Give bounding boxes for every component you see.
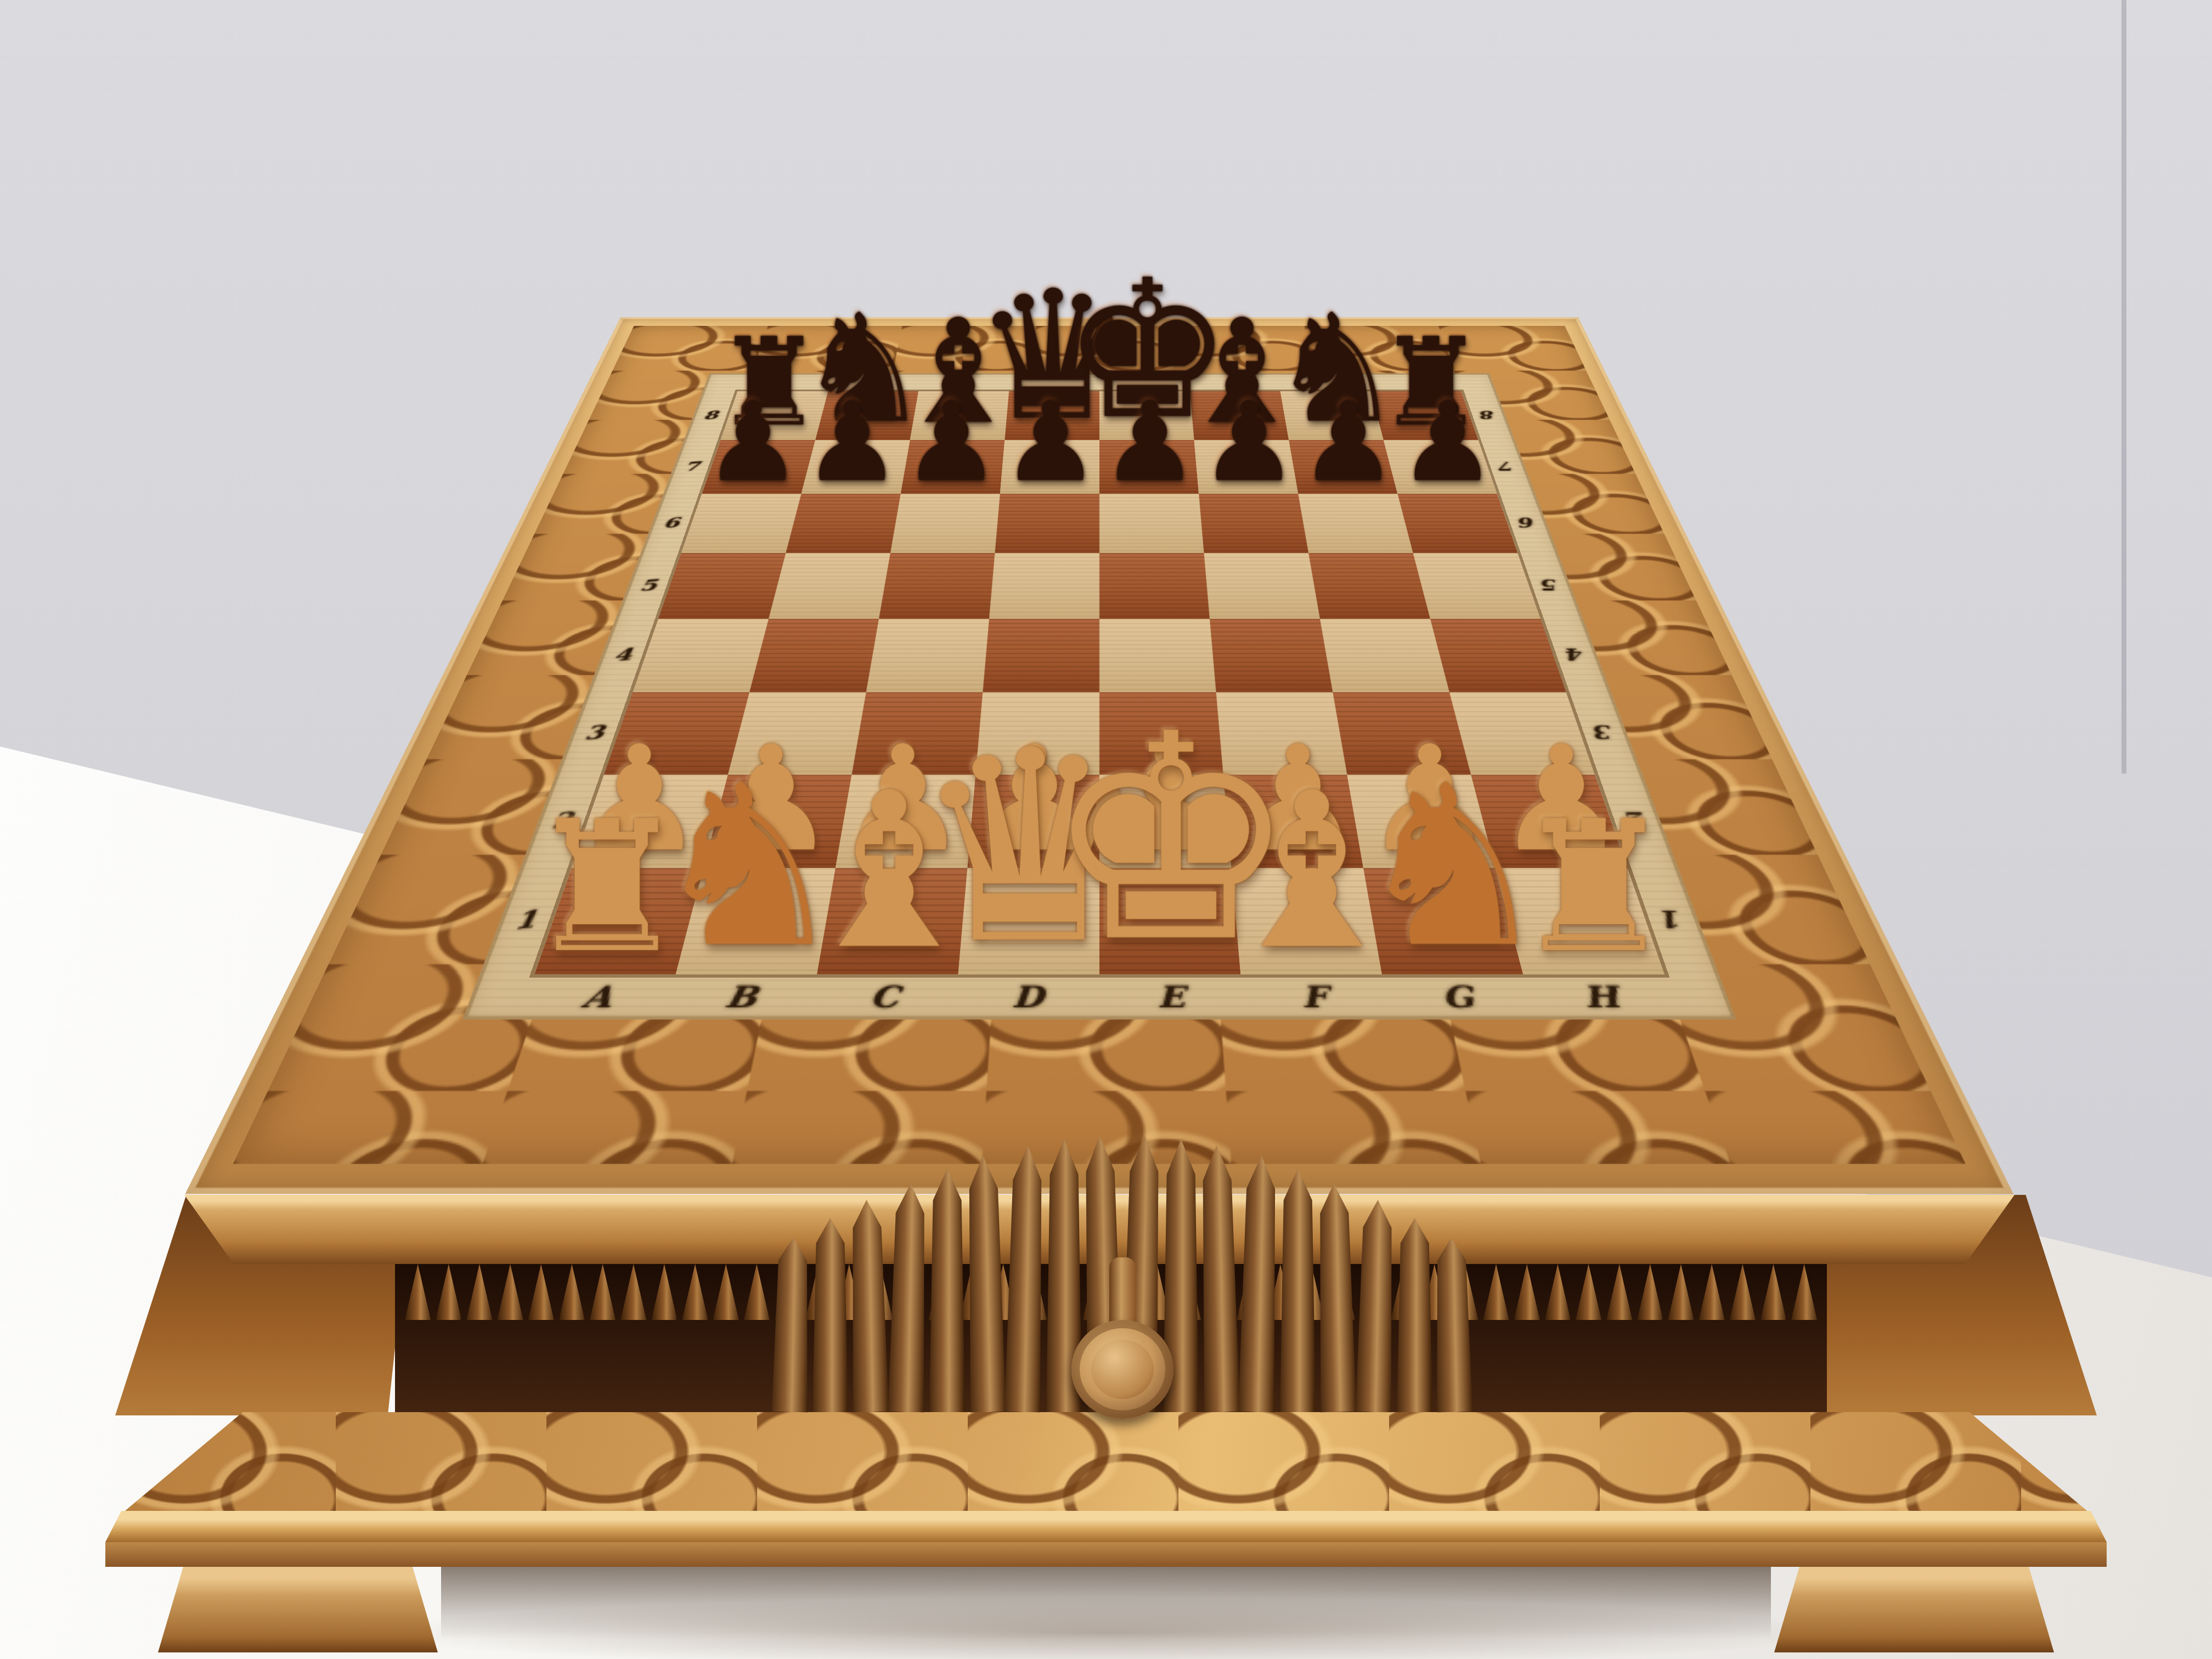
drawer-spike: [966, 1155, 1007, 1412]
square-c4[interactable]: [866, 619, 989, 692]
piece-black-pawn-g7[interactable]: ♟: [1299, 391, 1397, 492]
square-a5[interactable]: [658, 553, 786, 619]
tooth: [1699, 1264, 1725, 1320]
square-f7[interactable]: ♟: [1194, 440, 1299, 494]
tooth: [1576, 1264, 1601, 1320]
tooth: [436, 1264, 461, 1320]
square-g5[interactable]: [1308, 553, 1430, 619]
right-foot: [1774, 1567, 2054, 1652]
square-b4[interactable]: [749, 619, 879, 692]
square-e6[interactable]: [1099, 494, 1204, 553]
rank-label-left-8: 8: [689, 390, 732, 441]
drawer-spike: [1005, 1145, 1046, 1412]
tooth: [497, 1264, 523, 1320]
drawer-spike: [1397, 1218, 1432, 1412]
square-a6[interactable]: [681, 494, 802, 553]
chess-box-top: ♜♞♝♛♚♝♞♜♟♟♟♟♟♟♟♟♟♟♟♟♟♟♟♟♜♞♝♛♚♝♞♜ ABCDEFG…: [471, 0, 1728, 1248]
square-d7[interactable]: ♟: [1000, 440, 1099, 494]
square-d5[interactable]: [989, 553, 1099, 619]
square-a1[interactable]: ♜: [534, 868, 703, 974]
tooth: [682, 1264, 708, 1320]
drawer-knob[interactable]: [1071, 1320, 1173, 1419]
square-c6[interactable]: [890, 494, 1000, 553]
piece-black-pawn-e7[interactable]: ♟: [1100, 391, 1198, 492]
drawer-spike: [772, 1237, 811, 1412]
square-d6[interactable]: [995, 494, 1099, 553]
tooth: [1545, 1264, 1571, 1320]
tooth: [1483, 1264, 1509, 1320]
piece-black-pawn-d7[interactable]: ♟: [1001, 391, 1099, 492]
tooth: [744, 1264, 770, 1320]
wall-corner-line: [2121, 0, 2126, 774]
drawer-spike: [1280, 1169, 1316, 1412]
tooth: [559, 1264, 585, 1320]
base-underside-shadow: [441, 1567, 1771, 1639]
tooth: [590, 1264, 616, 1320]
square-b7[interactable]: ♟: [802, 440, 910, 494]
tooth: [651, 1264, 677, 1320]
drawer-spike: [1238, 1155, 1279, 1412]
piece-white-king-e1[interactable]: ♚: [1042, 710, 1297, 971]
base-carved-top: [125, 1412, 2087, 1511]
rank-label-left-6: 6: [646, 493, 696, 555]
square-h7[interactable]: ♟: [1384, 440, 1497, 494]
base-molding: [105, 1511, 2107, 1542]
square-b6[interactable]: [786, 494, 900, 553]
rank-label-left-7: 7: [668, 439, 714, 495]
square-a7[interactable]: ♟: [702, 440, 815, 494]
square-e5[interactable]: [1099, 553, 1210, 619]
square-h1[interactable]: ♜: [1496, 868, 1664, 974]
left-foot: [158, 1567, 438, 1652]
tooth: [620, 1264, 646, 1320]
drawer-spike: [849, 1199, 889, 1412]
square-g6[interactable]: [1298, 494, 1413, 553]
tooth: [1730, 1264, 1756, 1320]
drawer-spike: [1317, 1183, 1357, 1412]
piece-black-pawn-c7[interactable]: ♟: [901, 391, 1000, 492]
tooth: [1514, 1264, 1540, 1320]
square-c7[interactable]: ♟: [901, 440, 1005, 494]
piece-white-rook-h1[interactable]: ♜: [1511, 805, 1674, 971]
drawer-spike: [1434, 1237, 1474, 1412]
tooth: [713, 1264, 739, 1320]
scene: ♜♞♝♛♚♝♞♜♟♟♟♟♟♟♟♟♟♟♟♟♟♟♟♟♜♞♝♛♚♝♞♜ ABCDEFG…: [0, 0, 2212, 1659]
tooth: [528, 1264, 554, 1320]
square-f5[interactable]: [1204, 553, 1320, 619]
drawer-spike: [1199, 1145, 1240, 1412]
square-g7[interactable]: ♟: [1289, 440, 1397, 494]
tooth: [1668, 1264, 1694, 1320]
tooth: [405, 1264, 431, 1320]
base-front-face: [105, 1542, 2107, 1567]
square-b5[interactable]: [769, 553, 890, 619]
drawer-spike: [1356, 1199, 1396, 1412]
tooth: [1791, 1264, 1817, 1320]
tooth: [466, 1264, 492, 1320]
drawer-spike: [888, 1183, 929, 1412]
storage-drawer[interactable]: [774, 1136, 1471, 1412]
drawer-spike: [929, 1169, 965, 1412]
piece-black-pawn-f7[interactable]: ♟: [1199, 391, 1297, 492]
square-e7[interactable]: ♟: [1099, 440, 1199, 494]
tooth: [1606, 1264, 1632, 1320]
tooth: [1637, 1264, 1663, 1320]
square-f6[interactable]: [1199, 494, 1308, 553]
piece-black-pawn-b7[interactable]: ♟: [802, 391, 900, 492]
square-c5[interactable]: [879, 553, 995, 619]
square-e1[interactable]: ♚: [1099, 868, 1240, 974]
piece-white-rook-a1[interactable]: ♜: [525, 805, 687, 971]
drawer-spike: [812, 1218, 848, 1412]
tooth: [1760, 1264, 1786, 1320]
square-g4[interactable]: [1320, 619, 1449, 692]
